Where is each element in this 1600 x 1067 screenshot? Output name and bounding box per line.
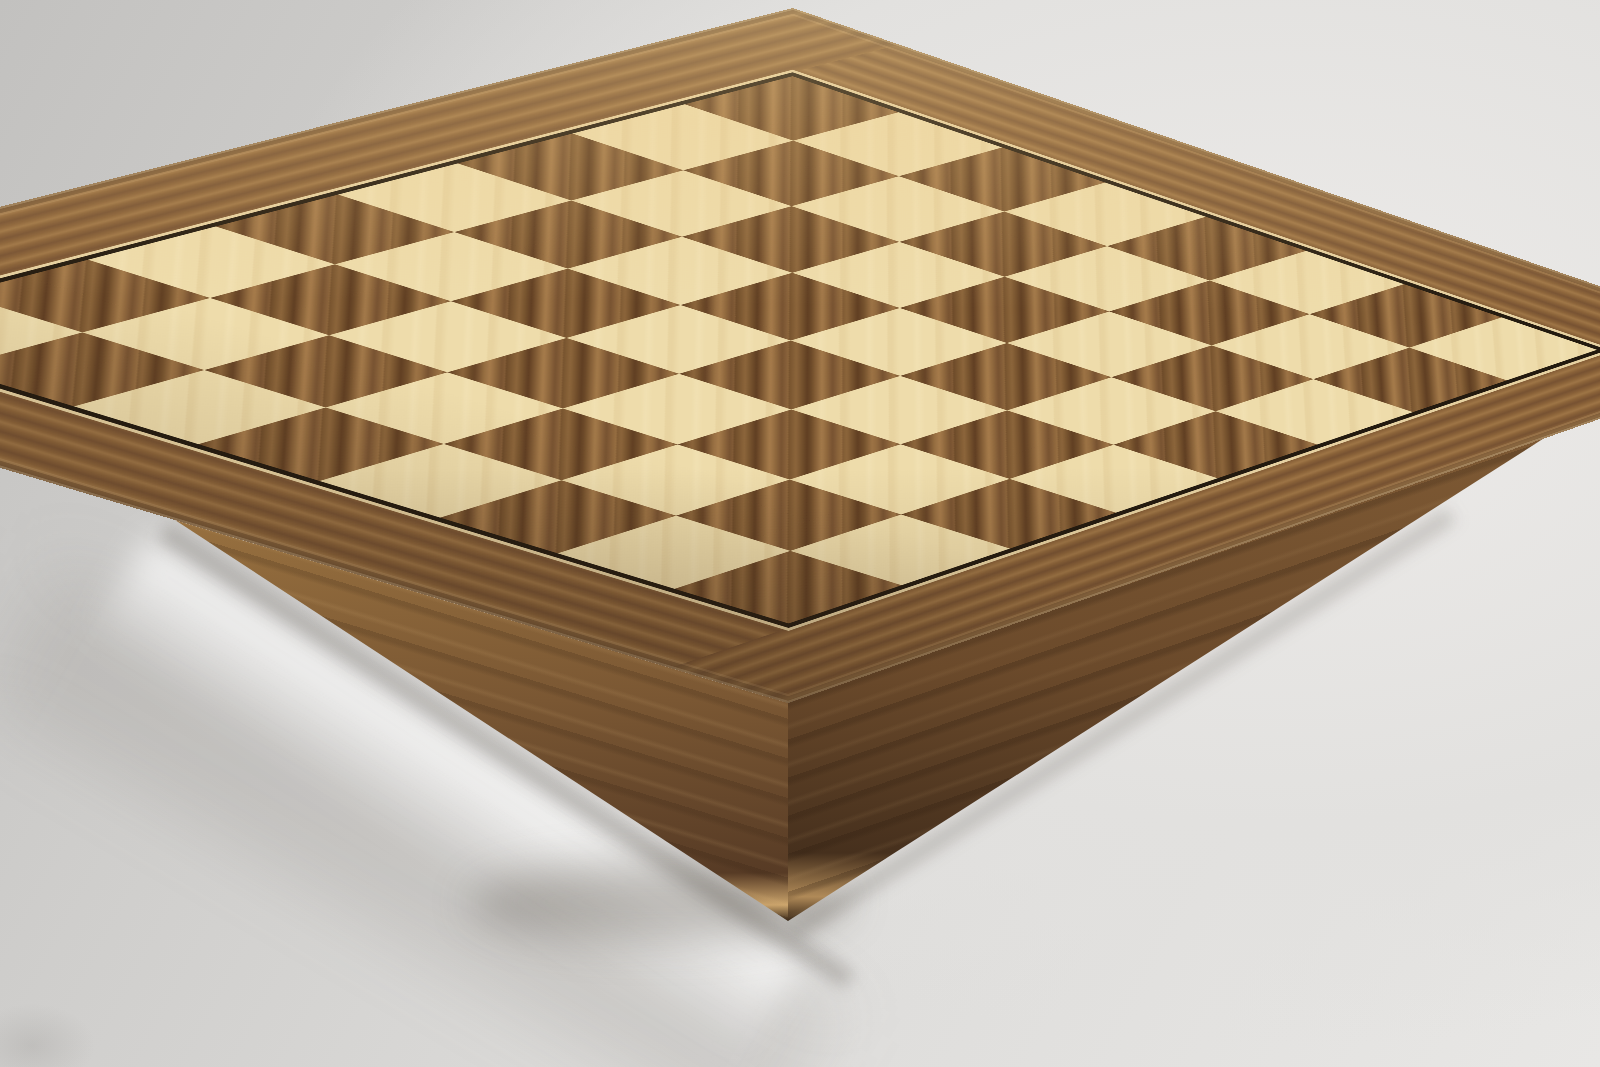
product-photo-scene bbox=[0, 0, 1600, 1067]
